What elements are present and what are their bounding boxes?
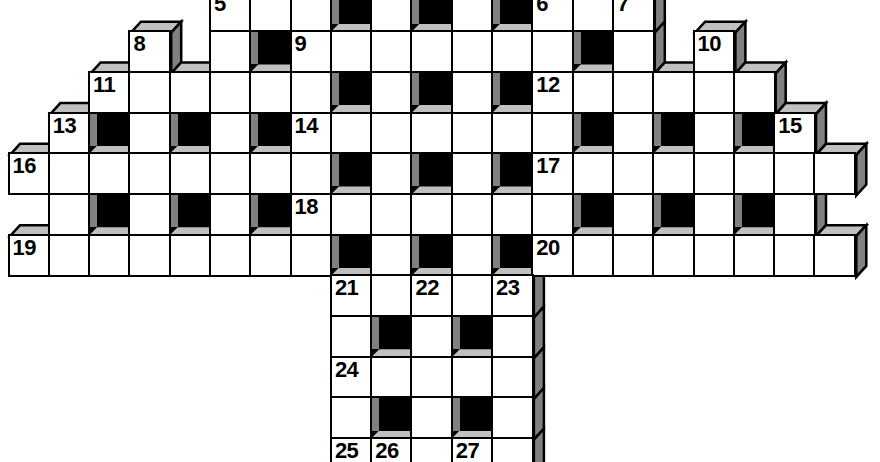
entry-cell-r4c6[interactable] [209, 112, 252, 155]
entry-cell-r6c2[interactable] [48, 193, 91, 236]
clue-number-19: 19 [13, 237, 36, 259]
clue-number-5: 5 [214, 0, 226, 15]
block-cell-r9c12 [451, 315, 494, 358]
entry-cell-r6c12[interactable] [451, 193, 494, 236]
entry-cell-r1c14[interactable]: 6 [531, 0, 574, 33]
entry-cell-r2c4[interactable]: 8 [128, 30, 171, 73]
entry-cell-r7c4[interactable] [128, 234, 171, 277]
entry-cell-r7c10[interactable] [370, 234, 413, 277]
entry-cell-r3c15[interactable] [572, 71, 615, 114]
entry-cell-r8c11[interactable]: 22 [410, 274, 453, 317]
entry-cell-r9c13[interactable] [491, 315, 534, 358]
entry-cell-r3c17[interactable] [652, 71, 695, 114]
entry-cell-r7c6[interactable] [209, 234, 252, 277]
entry-cell-r4c9[interactable] [330, 112, 373, 155]
block-cell-r3c9 [330, 71, 373, 114]
entry-cell-r2c18[interactable]: 10 [693, 30, 736, 73]
entry-cell-r6c16[interactable] [612, 193, 655, 236]
entry-cell-r8c9[interactable]: 21 [330, 274, 373, 317]
entry-cell-r1c7[interactable] [249, 0, 292, 33]
block-cell-r2c7 [249, 30, 292, 73]
entry-cell-r1c6[interactable]: 5 [209, 0, 252, 33]
block-cell-r3c13 [491, 71, 534, 114]
clue-number-23: 23 [496, 277, 519, 299]
entry-cell-r12c9[interactable]: 25 [330, 437, 373, 462]
clue-number-13: 13 [53, 115, 76, 137]
entry-cell-r1c8[interactable] [290, 0, 333, 33]
entry-cell-r12c13[interactable] [491, 437, 534, 462]
entry-cell-r6c11[interactable] [410, 193, 453, 236]
entry-cell-r3c3[interactable]: 11 [88, 71, 131, 114]
entry-cell-r4c12[interactable] [451, 112, 494, 155]
block-cell-r11c12 [451, 396, 494, 439]
block-cell-r1c13 [491, 0, 534, 33]
entry-cell-r12c12[interactable]: 27 [451, 437, 494, 462]
entry-cell-r10c12[interactable] [451, 356, 494, 399]
entry-cell-r1c10[interactable] [370, 0, 413, 33]
block-cell-r3c11 [410, 71, 453, 114]
block-cell-r4c5 [169, 112, 212, 155]
entry-cell-r7c18[interactable] [693, 234, 736, 277]
block-cell-r4c17 [652, 112, 695, 155]
entry-cell-r9c11[interactable] [410, 315, 453, 358]
entry-cell-r5c5[interactable] [169, 152, 212, 195]
block-cell-r6c5 [169, 193, 212, 236]
entry-cell-r2c14[interactable] [531, 30, 574, 73]
entry-cell-r4c18[interactable] [693, 112, 736, 155]
entry-cell-r11c13[interactable] [491, 396, 534, 439]
crossword-board: 5678910111213141516171819202122232425262… [9, 0, 855, 462]
block-cell-r6c19 [733, 193, 776, 236]
entry-cell-r7c1[interactable]: 19 [8, 234, 51, 277]
block-cell-r9c10 [370, 315, 413, 358]
entry-cell-r1c12[interactable] [451, 0, 494, 33]
entry-cell-r7c2[interactable] [48, 234, 91, 277]
clue-number-24: 24 [335, 359, 358, 381]
entry-cell-r5c12[interactable] [451, 152, 494, 195]
entry-cell-r5c18[interactable] [693, 152, 736, 195]
entry-cell-r4c16[interactable] [612, 112, 655, 155]
block-cell-r2c15 [572, 30, 615, 73]
entry-cell-r3c19[interactable] [733, 71, 776, 114]
clue-number-14: 14 [295, 115, 318, 137]
block-cell-r6c15 [572, 193, 615, 236]
entry-cell-r6c8[interactable]: 18 [290, 193, 333, 236]
entry-cell-r4c8[interactable]: 14 [290, 112, 333, 155]
entry-cell-r1c15[interactable] [572, 0, 615, 33]
entry-cell-r3c6[interactable] [209, 71, 252, 114]
entry-cell-r5c2[interactable] [48, 152, 91, 195]
entry-cell-r6c13[interactable] [491, 193, 534, 236]
entry-cell-r2c11[interactable] [410, 30, 453, 73]
entry-cell-r12c10[interactable]: 26 [370, 437, 413, 462]
cell-right-face [856, 225, 866, 277]
entry-cell-r2c8[interactable]: 9 [290, 30, 333, 73]
entry-cell-r4c11[interactable] [410, 112, 453, 155]
entry-cell-r5c17[interactable] [652, 152, 695, 195]
entry-cell-r4c20[interactable]: 15 [773, 112, 816, 155]
block-cell-r5c13 [491, 152, 534, 195]
block-cell-r11c10 [370, 396, 413, 439]
entry-cell-r10c13[interactable] [491, 356, 534, 399]
entry-cell-r7c8[interactable] [290, 234, 333, 277]
clue-number-15: 15 [778, 115, 801, 137]
clue-number-8: 8 [133, 33, 145, 55]
clue-number-16: 16 [13, 155, 36, 177]
entry-cell-r10c11[interactable] [410, 356, 453, 399]
entry-cell-r3c10[interactable] [370, 71, 413, 114]
entry-cell-r12c11[interactable] [410, 437, 453, 462]
block-cell-r7c9 [330, 234, 373, 277]
entry-cell-r2c16[interactable] [612, 30, 655, 73]
entry-cell-r2c6[interactable] [209, 30, 252, 73]
entry-cell-r7c21[interactable] [813, 234, 856, 277]
clue-number-27: 27 [456, 440, 479, 462]
entry-cell-r6c10[interactable] [370, 193, 413, 236]
entry-cell-r6c6[interactable] [209, 193, 252, 236]
entry-cell-r7c16[interactable] [612, 234, 655, 277]
block-cell-r6c17 [652, 193, 695, 236]
entry-cell-r5c16[interactable] [612, 152, 655, 195]
entry-cell-r5c15[interactable] [572, 152, 615, 195]
entry-cell-r11c9[interactable] [330, 396, 373, 439]
entry-cell-r3c5[interactable] [169, 71, 212, 114]
entry-cell-r7c14[interactable]: 20 [531, 234, 574, 277]
entry-cell-r11c11[interactable] [410, 396, 453, 439]
clue-number-12: 12 [536, 74, 559, 96]
clue-number-18: 18 [295, 196, 318, 218]
entry-cell-r5c10[interactable] [370, 152, 413, 195]
clue-number-10: 10 [698, 33, 721, 55]
block-cell-r5c9 [330, 152, 373, 195]
entry-cell-r2c9[interactable] [330, 30, 373, 73]
clue-number-11: 11 [93, 74, 115, 96]
entry-cell-r6c18[interactable] [693, 193, 736, 236]
entry-cell-r5c20[interactable] [773, 152, 816, 195]
block-cell-r1c11 [410, 0, 453, 33]
entry-cell-r5c7[interactable] [249, 152, 292, 195]
entry-cell-r3c16[interactable] [612, 71, 655, 114]
entry-cell-r3c12[interactable] [451, 71, 494, 114]
clue-number-7: 7 [617, 0, 629, 15]
clue-number-20: 20 [536, 237, 559, 259]
entry-cell-r1c16[interactable]: 7 [612, 0, 655, 33]
cell-right-face [856, 144, 866, 196]
entry-cell-r9c9[interactable] [330, 315, 373, 358]
entry-cell-r3c14[interactable]: 12 [531, 71, 574, 114]
clue-number-6: 6 [536, 0, 548, 15]
clue-number-22: 22 [415, 277, 438, 299]
entry-cell-r7c15[interactable] [572, 234, 615, 277]
entry-cell-r5c4[interactable] [128, 152, 171, 195]
clue-number-25: 25 [335, 440, 358, 462]
entry-cell-r6c20[interactable] [773, 193, 816, 236]
entry-cell-r5c3[interactable] [88, 152, 131, 195]
entry-cell-r4c14[interactable] [531, 112, 574, 155]
entry-cell-r7c20[interactable] [773, 234, 816, 277]
clue-number-21: 21 [335, 277, 358, 299]
entry-cell-r5c19[interactable] [733, 152, 776, 195]
block-cell-r7c11 [410, 234, 453, 277]
block-cell-r4c15 [572, 112, 615, 155]
clue-number-17: 17 [536, 155, 559, 177]
entry-cell-r6c4[interactable] [128, 193, 171, 236]
entry-cell-r8c13[interactable]: 23 [491, 274, 534, 317]
entry-cell-r5c1[interactable]: 16 [8, 152, 51, 195]
entry-cell-r5c21[interactable] [813, 152, 856, 195]
entry-cell-r6c14[interactable] [531, 193, 574, 236]
entry-cell-r8c10[interactable] [370, 274, 413, 317]
block-cell-r6c3 [88, 193, 131, 236]
entry-cell-r4c4[interactable] [128, 112, 171, 155]
entry-cell-r5c8[interactable] [290, 152, 333, 195]
block-cell-r5c11 [410, 152, 453, 195]
block-cell-r4c19 [733, 112, 776, 155]
entry-cell-r2c10[interactable] [370, 30, 413, 73]
crossword-screenshot: 5678910111213141516171819202122232425262… [0, 0, 880, 462]
block-cell-r4c3 [88, 112, 131, 155]
entry-cell-r5c14[interactable]: 17 [531, 152, 574, 195]
clue-number-26: 26 [375, 440, 398, 462]
block-cell-r1c9 [330, 0, 373, 33]
entry-cell-r4c2[interactable]: 13 [48, 112, 91, 155]
entry-cell-r4c10[interactable] [370, 112, 413, 155]
entry-cell-r7c7[interactable] [249, 234, 292, 277]
entry-cell-r7c3[interactable] [88, 234, 131, 277]
entry-cell-r7c12[interactable] [451, 234, 494, 277]
block-cell-r7c13 [491, 234, 534, 277]
entry-cell-r2c13[interactable] [491, 30, 534, 73]
clue-number-9: 9 [295, 33, 307, 55]
entry-cell-r7c5[interactable] [169, 234, 212, 277]
entry-cell-r10c10[interactable] [370, 356, 413, 399]
entry-cell-r7c17[interactable] [652, 234, 695, 277]
entry-cell-r8c12[interactable] [451, 274, 494, 317]
entry-cell-r5c6[interactable] [209, 152, 252, 195]
entry-cell-r3c4[interactable] [128, 71, 171, 114]
entry-cell-r7c19[interactable] [733, 234, 776, 277]
entry-cell-r3c8[interactable] [290, 71, 333, 114]
entry-cell-r6c9[interactable] [330, 193, 373, 236]
block-cell-r6c7 [249, 193, 292, 236]
entry-cell-r2c12[interactable] [451, 30, 494, 73]
entry-cell-r4c13[interactable] [491, 112, 534, 155]
block-cell-r4c7 [249, 112, 292, 155]
entry-cell-r3c7[interactable] [249, 71, 292, 114]
entry-cell-r10c9[interactable]: 24 [330, 356, 373, 399]
entry-cell-r3c18[interactable] [693, 71, 736, 114]
